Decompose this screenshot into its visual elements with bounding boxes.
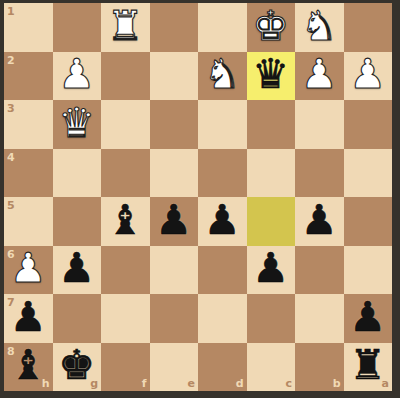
square-h4[interactable]: 4 [4,149,53,198]
piece-white-pawn[interactable]: ♟ [349,54,386,95]
piece-black-rook[interactable]: ♜ [349,345,386,386]
rank-label-4: 4 [7,151,15,164]
file-label-e: e [188,377,195,390]
square-f5[interactable]: ♝ [101,197,150,246]
square-b8[interactable]: b [295,343,344,392]
square-b5[interactable]: ♟ [295,197,344,246]
square-e1[interactable] [150,3,199,52]
square-f1[interactable]: ♜ [101,3,150,52]
square-b4[interactable] [295,149,344,198]
square-f8[interactable]: f [101,343,150,392]
square-e2[interactable] [150,52,199,101]
file-label-d: d [236,377,244,390]
square-g1[interactable] [53,3,102,52]
square-d2[interactable]: ♞ [198,52,247,101]
square-c2[interactable]: ♛ [247,52,296,101]
piece-black-pawn[interactable]: ♟ [204,200,241,241]
square-e7[interactable] [150,294,199,343]
square-h3[interactable]: 3 [4,100,53,149]
square-b6[interactable] [295,246,344,295]
square-e8[interactable]: e [150,343,199,392]
square-a8[interactable]: a♜ [344,343,393,392]
square-d5[interactable]: ♟ [198,197,247,246]
square-a3[interactable] [344,100,393,149]
square-b7[interactable] [295,294,344,343]
square-g5[interactable] [53,197,102,246]
square-a5[interactable] [344,197,393,246]
square-f6[interactable] [101,246,150,295]
piece-white-pawn[interactable]: ♟ [58,54,95,95]
square-c1[interactable]: ♚ [247,3,296,52]
square-g3[interactable]: ♛ [53,100,102,149]
piece-white-rook[interactable]: ♜ [107,6,144,47]
square-c3[interactable] [247,100,296,149]
piece-black-bishop[interactable]: ♝ [10,345,47,386]
piece-white-pawn[interactable]: ♟ [301,54,338,95]
square-h1[interactable]: 1 [4,3,53,52]
square-f4[interactable] [101,149,150,198]
piece-white-pawn[interactable]: ♟ [10,248,47,289]
square-f7[interactable] [101,294,150,343]
square-b2[interactable]: ♟ [295,52,344,101]
piece-black-queen[interactable]: ♛ [252,54,289,95]
piece-black-pawn[interactable]: ♟ [301,200,338,241]
rank-label-3: 3 [7,102,15,115]
piece-black-pawn[interactable]: ♟ [349,297,386,338]
piece-black-pawn[interactable]: ♟ [10,297,47,338]
square-g7[interactable] [53,294,102,343]
square-a4[interactable] [344,149,393,198]
square-c6[interactable]: ♟ [247,246,296,295]
square-b3[interactable] [295,100,344,149]
piece-black-pawn[interactable]: ♟ [58,248,95,289]
rank-label-5: 5 [7,199,15,212]
square-h7[interactable]: 7♟ [4,294,53,343]
square-g8[interactable]: g♚ [53,343,102,392]
piece-white-queen[interactable]: ♛ [58,103,95,144]
square-g4[interactable] [53,149,102,198]
square-h6[interactable]: 6♟ [4,246,53,295]
piece-white-knight[interactable]: ♞ [204,54,241,95]
square-c7[interactable] [247,294,296,343]
square-g2[interactable]: ♟ [53,52,102,101]
piece-white-king[interactable]: ♚ [252,6,289,47]
square-d1[interactable] [198,3,247,52]
piece-black-pawn[interactable]: ♟ [252,248,289,289]
file-label-c: c [285,377,292,390]
rank-label-1: 1 [7,5,15,18]
square-a7[interactable]: ♟ [344,294,393,343]
square-e4[interactable] [150,149,199,198]
piece-white-knight[interactable]: ♞ [301,6,338,47]
square-b1[interactable]: ♞ [295,3,344,52]
square-h2[interactable]: 2 [4,52,53,101]
square-c5[interactable] [247,197,296,246]
square-d7[interactable] [198,294,247,343]
square-f2[interactable] [101,52,150,101]
square-d8[interactable]: d [198,343,247,392]
square-e3[interactable] [150,100,199,149]
square-e6[interactable] [150,246,199,295]
square-g6[interactable]: ♟ [53,246,102,295]
square-a6[interactable] [344,246,393,295]
square-a1[interactable] [344,3,393,52]
board-frame: 1♜♚♞2♟♞♛♟♟3♛45♝♟♟♟6♟♟♟7♟♟8h♝g♚fedcba♜ [0,0,400,398]
square-h8[interactable]: 8h♝ [4,343,53,392]
square-h5[interactable]: 5 [4,197,53,246]
square-d4[interactable] [198,149,247,198]
file-label-f: f [142,377,147,390]
piece-black-bishop[interactable]: ♝ [107,200,144,241]
chess-board: 1♜♚♞2♟♞♛♟♟3♛45♝♟♟♟6♟♟♟7♟♟8h♝g♚fedcba♜ [4,3,392,391]
piece-black-pawn[interactable]: ♟ [155,200,192,241]
square-d3[interactable] [198,100,247,149]
square-a2[interactable]: ♟ [344,52,393,101]
square-d6[interactable] [198,246,247,295]
square-c8[interactable]: c [247,343,296,392]
square-e5[interactable]: ♟ [150,197,199,246]
piece-black-king[interactable]: ♚ [58,345,95,386]
rank-label-2: 2 [7,54,15,67]
square-f3[interactable] [101,100,150,149]
file-label-b: b [333,377,341,390]
square-c4[interactable] [247,149,296,198]
